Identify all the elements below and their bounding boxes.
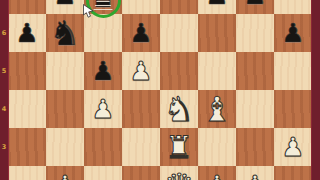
square-f5[interactable] — [198, 52, 236, 90]
white-rook-e3[interactable]: ♜ — [160, 128, 198, 166]
square-d4[interactable] — [122, 90, 160, 128]
white-pawn-d5[interactable]: ♟ — [122, 52, 160, 90]
square-d5[interactable]: ♟ — [122, 52, 160, 90]
square-b3[interactable] — [46, 128, 84, 166]
square-d6[interactable]: ♟ — [122, 14, 160, 52]
square-b4[interactable] — [46, 90, 84, 128]
square-g7[interactable]: ♟ — [236, 0, 274, 14]
square-e3[interactable]: ♜ — [160, 128, 198, 166]
square-g6[interactable] — [236, 14, 274, 52]
square-f3[interactable] — [198, 128, 236, 166]
square-c2[interactable] — [84, 166, 122, 180]
square-a6[interactable]: ♟ — [8, 14, 46, 52]
square-d7[interactable] — [122, 0, 160, 14]
rank-label-4: 4 — [0, 105, 8, 113]
square-b5[interactable] — [46, 52, 84, 90]
black-pawn-c5[interactable]: ♟ — [84, 52, 122, 90]
white-bishop-f4[interactable]: ♝ — [198, 90, 236, 128]
square-g5[interactable] — [236, 52, 274, 90]
square-f6[interactable] — [198, 14, 236, 52]
square-b6[interactable]: ♞ — [46, 14, 84, 52]
square-c3[interactable] — [84, 128, 122, 166]
white-pawn-c4[interactable]: ♟ — [84, 90, 122, 128]
black-pawn-h6[interactable]: ♟ — [274, 14, 312, 52]
white-knight-e4[interactable]: ♞ — [160, 90, 198, 128]
square-e2[interactable]: ♛ — [160, 166, 198, 180]
board-frame-right — [311, 0, 320, 180]
square-h7[interactable] — [274, 0, 312, 14]
square-e4[interactable]: ♞ — [160, 90, 198, 128]
square-f4[interactable]: ♝ — [198, 90, 236, 128]
square-e5[interactable] — [160, 52, 198, 90]
square-h2[interactable] — [274, 166, 312, 180]
square-a5[interactable] — [8, 52, 46, 90]
black-knight-b6[interactable]: ♞ — [46, 14, 84, 52]
rank-label-5: 5 — [0, 67, 8, 75]
square-g2[interactable]: ♟ — [236, 166, 274, 180]
black-pawn-a6[interactable]: ♟ — [8, 14, 46, 52]
square-b2[interactable]: ♟ — [46, 166, 84, 180]
white-pawn-f2[interactable]: ♟ — [198, 166, 236, 180]
mouse-cursor-icon — [83, 3, 94, 22]
black-pawn-f7[interactable]: ♟ — [198, 0, 236, 14]
square-e7[interactable] — [160, 0, 198, 14]
square-c4[interactable]: ♟ — [84, 90, 122, 128]
square-g4[interactable] — [236, 90, 274, 128]
square-h4[interactable] — [274, 90, 312, 128]
square-f7[interactable]: ♟ — [198, 0, 236, 14]
square-b7[interactable]: ♟ — [46, 0, 84, 14]
black-pawn-d6[interactable]: ♟ — [122, 14, 160, 52]
square-a7[interactable] — [8, 0, 46, 14]
white-queen-e2[interactable]: ♛ — [160, 166, 198, 180]
white-pawn-h3[interactable]: ♟ — [274, 128, 312, 166]
square-c5[interactable]: ♟ — [84, 52, 122, 90]
white-pawn-g2[interactable]: ♟ — [236, 166, 274, 180]
chess-board-screenshot: ♟♛♟♟♟♞♟♟♟♟♟♞♝♜♟♟♛♟♟ 6543 — [0, 0, 320, 180]
square-a2[interactable] — [8, 166, 46, 180]
chess-board: ♟♛♟♟♟♞♟♟♟♟♟♞♝♜♟♟♛♟♟ — [8, 0, 312, 180]
black-pawn-g7[interactable]: ♟ — [236, 0, 274, 14]
square-e6[interactable] — [160, 14, 198, 52]
board-frame-left — [0, 0, 9, 180]
white-pawn-b2[interactable]: ♟ — [46, 166, 84, 180]
square-f2[interactable]: ♟ — [198, 166, 236, 180]
square-a3[interactable] — [8, 128, 46, 166]
square-h3[interactable]: ♟ — [274, 128, 312, 166]
square-d2[interactable] — [122, 166, 160, 180]
square-d3[interactable] — [122, 128, 160, 166]
rank-label-3: 3 — [0, 143, 8, 151]
square-h6[interactable]: ♟ — [274, 14, 312, 52]
square-a4[interactable] — [8, 90, 46, 128]
square-h5[interactable] — [274, 52, 312, 90]
rank-label-6: 6 — [0, 29, 8, 37]
square-g3[interactable] — [236, 128, 274, 166]
black-pawn-b7[interactable]: ♟ — [46, 0, 84, 14]
